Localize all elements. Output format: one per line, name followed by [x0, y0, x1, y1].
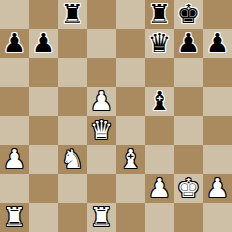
- square-g1[interactable]: [174, 203, 203, 232]
- square-e6[interactable]: [116, 58, 145, 87]
- square-b1[interactable]: [29, 203, 58, 232]
- square-a4[interactable]: [0, 116, 29, 145]
- square-b7[interactable]: ♟: [29, 29, 58, 58]
- square-e1[interactable]: [116, 203, 145, 232]
- square-e8[interactable]: [116, 0, 145, 29]
- square-h4[interactable]: [203, 116, 232, 145]
- square-b2[interactable]: [29, 174, 58, 203]
- square-c2[interactable]: [58, 174, 87, 203]
- square-g5[interactable]: [174, 87, 203, 116]
- square-h8[interactable]: [203, 0, 232, 29]
- piece-white-queen[interactable]: ♛: [90, 117, 113, 143]
- piece-black-pawn[interactable]: ♟: [32, 30, 55, 56]
- square-c7[interactable]: [58, 29, 87, 58]
- square-f3[interactable]: [145, 145, 174, 174]
- square-b8[interactable]: [29, 0, 58, 29]
- square-e7[interactable]: [116, 29, 145, 58]
- piece-black-pawn[interactable]: ♟: [206, 30, 229, 56]
- square-h3[interactable]: [203, 145, 232, 174]
- square-c1[interactable]: [58, 203, 87, 232]
- square-f5[interactable]: ♝: [145, 87, 174, 116]
- square-b3[interactable]: [29, 145, 58, 174]
- square-a8[interactable]: [0, 0, 29, 29]
- piece-white-pawn[interactable]: ♟: [3, 146, 26, 172]
- square-c3[interactable]: ♞: [58, 145, 87, 174]
- square-b5[interactable]: [29, 87, 58, 116]
- square-a3[interactable]: ♟: [0, 145, 29, 174]
- square-c8[interactable]: ♜: [58, 0, 87, 29]
- square-d5[interactable]: ♟: [87, 87, 116, 116]
- square-g7[interactable]: ♟: [174, 29, 203, 58]
- chess-board: ♜♜♚♟♟♛♟♟♟♝♛♟♞♝♟♚♟♜♜: [0, 0, 232, 232]
- square-d8[interactable]: [87, 0, 116, 29]
- square-c6[interactable]: [58, 58, 87, 87]
- square-f8[interactable]: ♜: [145, 0, 174, 29]
- square-d3[interactable]: [87, 145, 116, 174]
- piece-white-king[interactable]: ♚: [177, 175, 200, 201]
- square-f6[interactable]: [145, 58, 174, 87]
- square-d2[interactable]: [87, 174, 116, 203]
- square-e3[interactable]: ♝: [116, 145, 145, 174]
- piece-white-pawn[interactable]: ♟: [90, 88, 113, 114]
- piece-white-knight[interactable]: ♞: [61, 146, 84, 172]
- square-f2[interactable]: ♟: [145, 174, 174, 203]
- square-h2[interactable]: ♟: [203, 174, 232, 203]
- square-c5[interactable]: [58, 87, 87, 116]
- square-g4[interactable]: [174, 116, 203, 145]
- square-b4[interactable]: [29, 116, 58, 145]
- square-h5[interactable]: [203, 87, 232, 116]
- square-c4[interactable]: [58, 116, 87, 145]
- square-h1[interactable]: [203, 203, 232, 232]
- square-a1[interactable]: ♜: [0, 203, 29, 232]
- piece-white-rook[interactable]: ♜: [3, 204, 26, 230]
- square-f4[interactable]: [145, 116, 174, 145]
- piece-black-rook[interactable]: ♜: [61, 1, 84, 27]
- piece-white-bishop[interactable]: ♝: [119, 146, 142, 172]
- square-a5[interactable]: [0, 87, 29, 116]
- square-f7[interactable]: ♛: [145, 29, 174, 58]
- square-g3[interactable]: [174, 145, 203, 174]
- square-a2[interactable]: [0, 174, 29, 203]
- square-a7[interactable]: ♟: [0, 29, 29, 58]
- piece-black-pawn[interactable]: ♟: [3, 30, 26, 56]
- piece-black-bishop[interactable]: ♝: [148, 88, 171, 114]
- piece-black-rook[interactable]: ♜: [148, 1, 171, 27]
- piece-black-king[interactable]: ♚: [177, 1, 200, 27]
- square-d1[interactable]: ♜: [87, 203, 116, 232]
- square-d6[interactable]: [87, 58, 116, 87]
- square-b6[interactable]: [29, 58, 58, 87]
- piece-black-pawn[interactable]: ♟: [177, 30, 200, 56]
- piece-white-rook[interactable]: ♜: [90, 204, 113, 230]
- square-e2[interactable]: [116, 174, 145, 203]
- square-g2[interactable]: ♚: [174, 174, 203, 203]
- piece-white-pawn[interactable]: ♟: [148, 175, 171, 201]
- square-h6[interactable]: [203, 58, 232, 87]
- square-e4[interactable]: [116, 116, 145, 145]
- square-g6[interactable]: [174, 58, 203, 87]
- square-g8[interactable]: ♚: [174, 0, 203, 29]
- square-a6[interactable]: [0, 58, 29, 87]
- square-d4[interactable]: ♛: [87, 116, 116, 145]
- square-d7[interactable]: [87, 29, 116, 58]
- piece-white-pawn[interactable]: ♟: [206, 175, 229, 201]
- square-e5[interactable]: [116, 87, 145, 116]
- square-h7[interactable]: ♟: [203, 29, 232, 58]
- square-f1[interactable]: [145, 203, 174, 232]
- piece-black-queen[interactable]: ♛: [148, 30, 171, 56]
